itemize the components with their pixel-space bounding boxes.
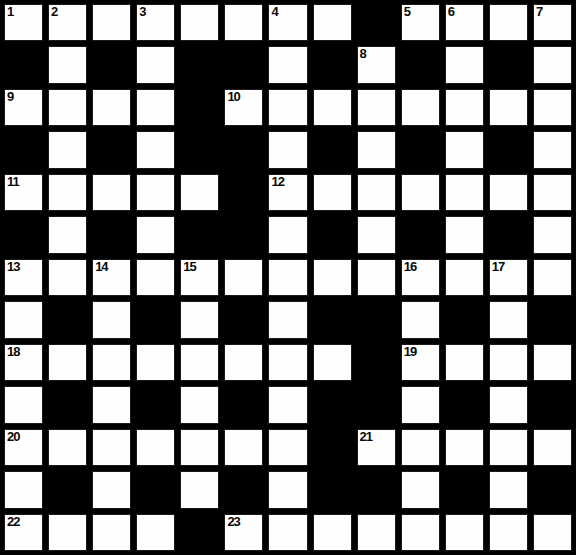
clue-number-22: 22 bbox=[7, 514, 19, 530]
cell-r7c10[interactable]: 16 bbox=[401, 259, 440, 296]
cell-r1c5[interactable] bbox=[180, 4, 219, 41]
cell-r12c7[interactable] bbox=[268, 471, 307, 508]
cell-r13c4[interactable] bbox=[136, 514, 175, 551]
block-cell-r6c10 bbox=[401, 216, 440, 253]
clue-number-12: 12 bbox=[271, 174, 283, 190]
cell-r1c1[interactable]: 1 bbox=[4, 4, 43, 41]
cell-r9c1[interactable]: 18 bbox=[4, 344, 43, 381]
cell-r1c4[interactable]: 3 bbox=[136, 4, 175, 41]
clue-number-4: 4 bbox=[271, 4, 277, 20]
cell-r11c3[interactable] bbox=[92, 429, 131, 466]
cell-r6c7[interactable] bbox=[268, 216, 307, 253]
clue-number-7: 7 bbox=[536, 4, 542, 20]
cell-r13c10[interactable] bbox=[401, 514, 440, 551]
clue-number-5: 5 bbox=[404, 4, 410, 20]
cell-r11c12[interactable] bbox=[489, 429, 528, 466]
cell-r8c12[interactable] bbox=[489, 301, 528, 338]
cell-r7c6[interactable] bbox=[224, 259, 263, 296]
cell-r3c13[interactable] bbox=[533, 89, 572, 126]
cell-r12c12[interactable] bbox=[489, 471, 528, 508]
cell-r5c4[interactable] bbox=[136, 174, 175, 211]
cell-r3c11[interactable] bbox=[445, 89, 484, 126]
block-cell-r8c9 bbox=[357, 301, 396, 338]
block-cell-r5c6 bbox=[224, 174, 263, 211]
block-cell-r2c12 bbox=[489, 46, 528, 83]
cell-r9c8[interactable] bbox=[313, 344, 352, 381]
clue-number-16: 16 bbox=[404, 259, 416, 275]
cell-r3c1[interactable]: 9 bbox=[4, 89, 43, 126]
cell-r8c1[interactable] bbox=[4, 301, 43, 338]
block-cell-r10c8 bbox=[313, 386, 352, 423]
cell-r5c13[interactable] bbox=[533, 174, 572, 211]
cell-r11c9[interactable]: 21 bbox=[357, 429, 396, 466]
cell-r8c5[interactable] bbox=[180, 301, 219, 338]
cell-r1c6[interactable] bbox=[224, 4, 263, 41]
block-cell-r8c6 bbox=[224, 301, 263, 338]
block-cell-r6c3 bbox=[92, 216, 131, 253]
cell-r4c13[interactable] bbox=[533, 131, 572, 168]
cell-r11c1[interactable]: 20 bbox=[4, 429, 43, 466]
cell-r13c9[interactable] bbox=[357, 514, 396, 551]
block-cell-r13c5 bbox=[180, 514, 219, 551]
cell-r4c7[interactable] bbox=[268, 131, 307, 168]
block-cell-r8c8 bbox=[313, 301, 352, 338]
block-cell-r8c13 bbox=[533, 301, 572, 338]
cell-r9c10[interactable]: 19 bbox=[401, 344, 440, 381]
cell-r12c5[interactable] bbox=[180, 471, 219, 508]
cell-r5c10[interactable] bbox=[401, 174, 440, 211]
cell-r9c11[interactable] bbox=[445, 344, 484, 381]
cell-r13c6[interactable]: 23 bbox=[224, 514, 263, 551]
cell-r7c5[interactable]: 15 bbox=[180, 259, 219, 296]
cell-r5c2[interactable] bbox=[48, 174, 87, 211]
block-cell-r4c10 bbox=[401, 131, 440, 168]
cell-r12c10[interactable] bbox=[401, 471, 440, 508]
cell-r13c12[interactable] bbox=[489, 514, 528, 551]
block-cell-r8c11 bbox=[445, 301, 484, 338]
cell-r5c9[interactable] bbox=[357, 174, 396, 211]
cell-r6c11[interactable] bbox=[445, 216, 484, 253]
cell-r11c10[interactable] bbox=[401, 429, 440, 466]
cell-r9c2[interactable] bbox=[48, 344, 87, 381]
cell-r13c13[interactable] bbox=[533, 514, 572, 551]
cell-r6c13[interactable] bbox=[533, 216, 572, 253]
block-cell-r12c6 bbox=[224, 471, 263, 508]
cell-r8c7[interactable] bbox=[268, 301, 307, 338]
cell-r7c1[interactable]: 13 bbox=[4, 259, 43, 296]
cell-r2c9[interactable]: 8 bbox=[357, 46, 396, 83]
cell-r11c11[interactable] bbox=[445, 429, 484, 466]
block-cell-r3c5 bbox=[180, 89, 219, 126]
cell-r11c7[interactable] bbox=[268, 429, 307, 466]
cell-r11c4[interactable] bbox=[136, 429, 175, 466]
block-cell-r10c11 bbox=[445, 386, 484, 423]
block-cell-r2c8 bbox=[313, 46, 352, 83]
cell-r7c11[interactable] bbox=[445, 259, 484, 296]
block-cell-r12c11 bbox=[445, 471, 484, 508]
cell-r9c7[interactable] bbox=[268, 344, 307, 381]
clue-number-8: 8 bbox=[360, 46, 366, 62]
block-cell-r12c13 bbox=[533, 471, 572, 508]
block-cell-r10c6 bbox=[224, 386, 263, 423]
cell-r10c3[interactable] bbox=[92, 386, 131, 423]
cell-r13c8[interactable] bbox=[313, 514, 352, 551]
cell-r13c1[interactable]: 22 bbox=[4, 514, 43, 551]
block-cell-r10c4 bbox=[136, 386, 175, 423]
cell-r1c13[interactable]: 7 bbox=[533, 4, 572, 41]
block-cell-r12c4 bbox=[136, 471, 175, 508]
cell-r9c13[interactable] bbox=[533, 344, 572, 381]
cell-r13c3[interactable] bbox=[92, 514, 131, 551]
cell-r5c7[interactable]: 12 bbox=[268, 174, 307, 211]
cell-r1c8[interactable] bbox=[313, 4, 352, 41]
block-cell-r4c6 bbox=[224, 131, 263, 168]
crossword-grid: 1234567891011121314151617181920212223 bbox=[0, 0, 576, 555]
cell-r13c2[interactable] bbox=[48, 514, 87, 551]
clue-number-9: 9 bbox=[7, 89, 13, 105]
cell-r2c4[interactable] bbox=[136, 46, 175, 83]
cell-r1c12[interactable] bbox=[489, 4, 528, 41]
cell-r11c13[interactable] bbox=[533, 429, 572, 466]
clue-number-18: 18 bbox=[7, 344, 19, 360]
clue-number-11: 11 bbox=[7, 174, 19, 190]
cell-r5c5[interactable] bbox=[180, 174, 219, 211]
clue-number-10: 10 bbox=[227, 89, 239, 105]
cell-r4c11[interactable] bbox=[445, 131, 484, 168]
block-cell-r2c6 bbox=[224, 46, 263, 83]
cell-r9c5[interactable] bbox=[180, 344, 219, 381]
block-cell-r1c9 bbox=[357, 4, 396, 41]
block-cell-r4c12 bbox=[489, 131, 528, 168]
cell-r9c6[interactable] bbox=[224, 344, 263, 381]
block-cell-r4c1 bbox=[4, 131, 43, 168]
cell-r3c8[interactable] bbox=[313, 89, 352, 126]
cell-r8c10[interactable] bbox=[401, 301, 440, 338]
block-cell-r9c9 bbox=[357, 344, 396, 381]
block-cell-r2c3 bbox=[92, 46, 131, 83]
cell-r6c2[interactable] bbox=[48, 216, 87, 253]
block-cell-r4c5 bbox=[180, 131, 219, 168]
cell-r11c5[interactable] bbox=[180, 429, 219, 466]
cell-r10c10[interactable] bbox=[401, 386, 440, 423]
cell-r3c10[interactable] bbox=[401, 89, 440, 126]
cell-r2c11[interactable] bbox=[445, 46, 484, 83]
clue-number-23: 23 bbox=[227, 514, 239, 530]
cell-r5c3[interactable] bbox=[92, 174, 131, 211]
cell-r1c7[interactable]: 4 bbox=[268, 4, 307, 41]
cell-r11c2[interactable] bbox=[48, 429, 87, 466]
block-cell-r2c10 bbox=[401, 46, 440, 83]
cell-r6c4[interactable] bbox=[136, 216, 175, 253]
cell-r1c2[interactable]: 2 bbox=[48, 4, 87, 41]
block-cell-r6c1 bbox=[4, 216, 43, 253]
block-cell-r6c8 bbox=[313, 216, 352, 253]
cell-r9c3[interactable] bbox=[92, 344, 131, 381]
clue-number-2: 2 bbox=[51, 4, 57, 20]
cell-r7c8[interactable] bbox=[313, 259, 352, 296]
cell-r3c7[interactable] bbox=[268, 89, 307, 126]
clue-number-15: 15 bbox=[183, 259, 195, 275]
cell-r2c13[interactable] bbox=[533, 46, 572, 83]
clue-number-3: 3 bbox=[139, 4, 145, 20]
cell-r7c13[interactable] bbox=[533, 259, 572, 296]
cell-r4c2[interactable] bbox=[48, 131, 87, 168]
clue-number-13: 13 bbox=[7, 259, 19, 275]
cell-r8c3[interactable] bbox=[92, 301, 131, 338]
cell-r4c9[interactable] bbox=[357, 131, 396, 168]
cell-r7c2[interactable] bbox=[48, 259, 87, 296]
cell-r9c12[interactable] bbox=[489, 344, 528, 381]
cell-r7c12[interactable]: 17 bbox=[489, 259, 528, 296]
block-cell-r10c2 bbox=[48, 386, 87, 423]
cell-r10c5[interactable] bbox=[180, 386, 219, 423]
cell-r10c1[interactable] bbox=[4, 386, 43, 423]
cell-r2c2[interactable] bbox=[48, 46, 87, 83]
cell-r5c11[interactable] bbox=[445, 174, 484, 211]
cell-r5c1[interactable]: 11 bbox=[4, 174, 43, 211]
clue-number-17: 17 bbox=[492, 259, 504, 275]
cell-r10c7[interactable] bbox=[268, 386, 307, 423]
cell-r10c12[interactable] bbox=[489, 386, 528, 423]
cell-r13c7[interactable] bbox=[268, 514, 307, 551]
cell-r3c12[interactable] bbox=[489, 89, 528, 126]
cell-r1c3[interactable] bbox=[92, 4, 131, 41]
clue-number-6: 6 bbox=[448, 4, 454, 20]
cell-r1c11[interactable]: 6 bbox=[445, 4, 484, 41]
cell-r4c4[interactable] bbox=[136, 131, 175, 168]
cell-r13c11[interactable] bbox=[445, 514, 484, 551]
cell-r6c9[interactable] bbox=[357, 216, 396, 253]
block-cell-r8c2 bbox=[48, 301, 87, 338]
cell-r3c9[interactable] bbox=[357, 89, 396, 126]
clue-number-21: 21 bbox=[360, 429, 372, 445]
cell-r12c1[interactable] bbox=[4, 471, 43, 508]
cell-r3c2[interactable] bbox=[48, 89, 87, 126]
block-cell-r2c1 bbox=[4, 46, 43, 83]
block-cell-r10c9 bbox=[357, 386, 396, 423]
block-cell-r12c9 bbox=[357, 471, 396, 508]
cell-r3c3[interactable] bbox=[92, 89, 131, 126]
block-cell-r8c4 bbox=[136, 301, 175, 338]
cell-r9c4[interactable] bbox=[136, 344, 175, 381]
cell-r11c6[interactable] bbox=[224, 429, 263, 466]
cell-r1c10[interactable]: 5 bbox=[401, 4, 440, 41]
cell-r5c8[interactable] bbox=[313, 174, 352, 211]
block-cell-r4c3 bbox=[92, 131, 131, 168]
cell-r12c3[interactable] bbox=[92, 471, 131, 508]
block-cell-r11c8 bbox=[313, 429, 352, 466]
clue-number-19: 19 bbox=[404, 344, 416, 360]
block-cell-r12c8 bbox=[313, 471, 352, 508]
cell-r2c7[interactable] bbox=[268, 46, 307, 83]
cell-r7c3[interactable]: 14 bbox=[92, 259, 131, 296]
clue-number-14: 14 bbox=[95, 259, 107, 275]
block-cell-r4c8 bbox=[313, 131, 352, 168]
cell-r3c6[interactable]: 10 bbox=[224, 89, 263, 126]
block-cell-r6c6 bbox=[224, 216, 263, 253]
clue-number-20: 20 bbox=[7, 429, 19, 445]
block-cell-r6c5 bbox=[180, 216, 219, 253]
cell-r5c12[interactable] bbox=[489, 174, 528, 211]
block-cell-r2c5 bbox=[180, 46, 219, 83]
cell-r3c4[interactable] bbox=[136, 89, 175, 126]
cell-r7c9[interactable] bbox=[357, 259, 396, 296]
block-cell-r12c2 bbox=[48, 471, 87, 508]
cell-r7c4[interactable] bbox=[136, 259, 175, 296]
block-cell-r6c12 bbox=[489, 216, 528, 253]
block-cell-r10c13 bbox=[533, 386, 572, 423]
cell-r7c7[interactable] bbox=[268, 259, 307, 296]
clue-number-1: 1 bbox=[7, 4, 13, 20]
